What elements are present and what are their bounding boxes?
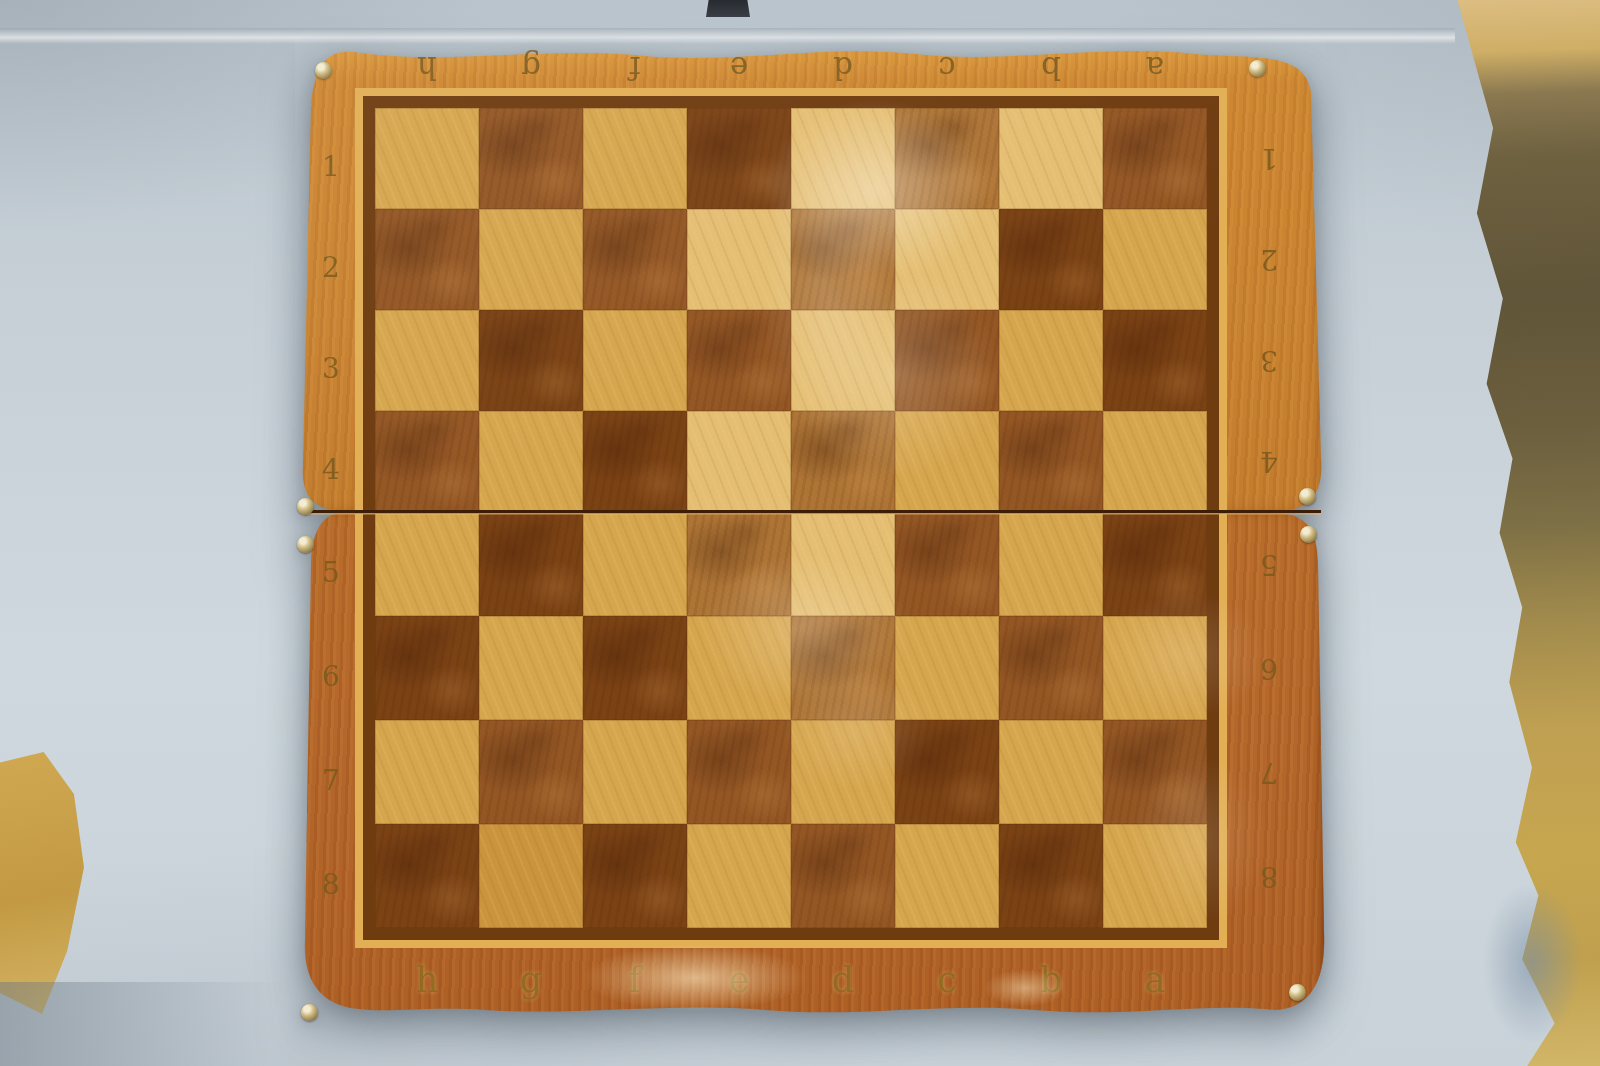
square-e3[interactable] (687, 310, 791, 411)
square-e4[interactable] (687, 411, 791, 512)
square-b7[interactable] (999, 720, 1103, 824)
file-label-bottom-b: b (1040, 960, 1062, 1000)
square-d7[interactable] (791, 720, 895, 824)
rank-label-left-4: 4 (322, 453, 340, 486)
board-inner-border-top (355, 88, 1227, 512)
square-h3[interactable] (375, 310, 479, 411)
square-b8[interactable] (999, 824, 1103, 928)
square-g1[interactable] (479, 108, 583, 209)
table-clamp (706, 0, 750, 17)
board-inner-border-bottom (355, 512, 1227, 948)
square-b4[interactable] (999, 411, 1103, 512)
square-e7[interactable] (687, 720, 791, 824)
file-label-top-c: c (938, 50, 955, 86)
file-label-bottom-e: e (729, 960, 750, 1000)
board-grid-top (375, 108, 1207, 512)
board-top-half (295, 40, 1325, 512)
square-f1[interactable] (583, 108, 687, 209)
square-d2[interactable] (791, 209, 895, 310)
rank-label-right-2: 2 (1260, 243, 1278, 276)
square-e6[interactable] (687, 616, 791, 720)
rank-label-right-4: 4 (1260, 445, 1278, 478)
rank-label-right-7: 7 (1260, 756, 1278, 789)
rank-label-right-6: 6 (1260, 652, 1278, 685)
square-b6[interactable] (999, 616, 1103, 720)
rank-label-left-5: 5 (322, 556, 340, 589)
square-a3[interactable] (1103, 310, 1207, 411)
square-g8[interactable] (479, 824, 583, 928)
rank-label-left-6: 6 (322, 660, 340, 693)
square-f6[interactable] (583, 616, 687, 720)
square-e1[interactable] (687, 108, 791, 209)
square-c3[interactable] (895, 310, 999, 411)
square-h8[interactable] (375, 824, 479, 928)
brass-screw-right-hinge-upper (1299, 488, 1316, 505)
square-b5[interactable] (999, 512, 1103, 616)
file-label-bottom-d: d (832, 960, 854, 1000)
file-label-top-a: a (1146, 50, 1164, 86)
square-c6[interactable] (895, 616, 999, 720)
square-c2[interactable] (895, 209, 999, 310)
square-h4[interactable] (375, 411, 479, 512)
square-a4[interactable] (1103, 411, 1207, 512)
rank-label-left-2: 2 (322, 251, 340, 284)
file-label-top-d: d (833, 50, 853, 86)
chess-board: hgfedcbahgfedcba1234567812345678 (295, 40, 1325, 1025)
square-g5[interactable] (479, 512, 583, 616)
square-h5[interactable] (375, 512, 479, 616)
square-f5[interactable] (583, 512, 687, 616)
brass-screw-top-left (315, 62, 332, 79)
brass-screw-left-hinge-lower (297, 536, 314, 553)
file-label-bottom-a: a (1145, 960, 1166, 1000)
square-a2[interactable] (1103, 209, 1207, 310)
square-h1[interactable] (375, 108, 479, 209)
square-c7[interactable] (895, 720, 999, 824)
file-label-top-e: e (730, 50, 748, 86)
square-d5[interactable] (791, 512, 895, 616)
square-d3[interactable] (791, 310, 895, 411)
square-g6[interactable] (479, 616, 583, 720)
rank-label-right-8: 8 (1260, 860, 1278, 893)
square-f3[interactable] (583, 310, 687, 411)
square-a6[interactable] (1103, 616, 1207, 720)
square-f8[interactable] (583, 824, 687, 928)
brass-screw-right-hinge-lower (1300, 526, 1317, 543)
square-a7[interactable] (1103, 720, 1207, 824)
square-e8[interactable] (687, 824, 791, 928)
floor-patch-left (0, 752, 84, 1014)
square-c4[interactable] (895, 411, 999, 512)
square-b2[interactable] (999, 209, 1103, 310)
photo-scene: hgfedcbahgfedcba1234567812345678 (0, 0, 1600, 1066)
square-b1[interactable] (999, 108, 1103, 209)
square-g2[interactable] (479, 209, 583, 310)
rank-label-left-8: 8 (322, 868, 340, 901)
file-label-top-f: f (629, 50, 640, 86)
square-d8[interactable] (791, 824, 895, 928)
rank-label-left-7: 7 (322, 764, 340, 797)
square-g3[interactable] (479, 310, 583, 411)
file-label-top-b: b (1041, 50, 1061, 86)
square-a5[interactable] (1103, 512, 1207, 616)
file-label-bottom-f: f (629, 960, 642, 1000)
square-a8[interactable] (1103, 824, 1207, 928)
square-a1[interactable] (1103, 108, 1207, 209)
square-f2[interactable] (583, 209, 687, 310)
hinge-seam-edge (301, 513, 1321, 515)
brass-screw-top-right (1249, 60, 1266, 77)
brass-screw-left-hinge-upper (297, 498, 314, 515)
square-c8[interactable] (895, 824, 999, 928)
brass-screw-bottom-right (1289, 984, 1306, 1001)
square-e2[interactable] (687, 209, 791, 310)
rank-label-left-3: 3 (322, 352, 340, 385)
brass-screw-bottom-left (301, 1004, 318, 1021)
board-grid-bottom (375, 512, 1207, 928)
square-d4[interactable] (791, 411, 895, 512)
square-g4[interactable] (479, 411, 583, 512)
square-h6[interactable] (375, 616, 479, 720)
rank-label-right-5: 5 (1260, 548, 1278, 581)
square-f4[interactable] (583, 411, 687, 512)
file-label-top-g: g (521, 50, 541, 86)
file-label-top-h: h (417, 50, 437, 86)
board-bottom-half (295, 512, 1325, 1025)
square-b3[interactable] (999, 310, 1103, 411)
square-c1[interactable] (895, 108, 999, 209)
square-d6[interactable] (791, 616, 895, 720)
square-h2[interactable] (375, 209, 479, 310)
tablecloth-shadow (0, 982, 340, 1066)
file-label-bottom-g: g (520, 960, 542, 1000)
square-g7[interactable] (479, 720, 583, 824)
rank-label-right-1: 1 (1260, 142, 1278, 175)
rank-label-left-1: 1 (322, 150, 340, 183)
rank-label-right-3: 3 (1260, 344, 1278, 377)
file-label-bottom-c: c (937, 960, 957, 1000)
square-d1[interactable] (791, 108, 895, 209)
square-e5[interactable] (687, 512, 791, 616)
square-c5[interactable] (895, 512, 999, 616)
square-f7[interactable] (583, 720, 687, 824)
square-h7[interactable] (375, 720, 479, 824)
tablecloth-fold-shadow (1483, 856, 1593, 1066)
file-label-bottom-h: h (416, 960, 439, 1000)
